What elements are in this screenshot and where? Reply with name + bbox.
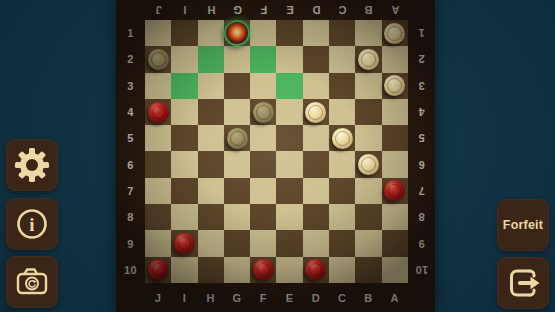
square-F3[interactable] bbox=[250, 73, 276, 99]
square-A7[interactable] bbox=[382, 178, 408, 204]
square-E9[interactable] bbox=[276, 230, 302, 256]
square-B3[interactable] bbox=[355, 73, 381, 99]
square-D10[interactable] bbox=[303, 257, 329, 283]
file-label: E bbox=[286, 4, 294, 16]
rank-label: 5 bbox=[418, 132, 425, 144]
square-D4[interactable] bbox=[303, 99, 329, 125]
square-D6[interactable] bbox=[303, 151, 329, 177]
rank-label: 5 bbox=[127, 132, 134, 144]
square-H7[interactable] bbox=[198, 178, 224, 204]
square-A2[interactable] bbox=[382, 46, 408, 72]
square-I5[interactable] bbox=[171, 125, 197, 151]
square-C9[interactable] bbox=[329, 230, 355, 256]
white-piece[interactable] bbox=[358, 154, 379, 175]
square-F4[interactable] bbox=[250, 99, 276, 125]
square-C10[interactable] bbox=[329, 257, 355, 283]
file-labels-bottom: JIHGFEDCBA bbox=[145, 283, 408, 312]
square-F8[interactable] bbox=[250, 204, 276, 230]
square-B6[interactable] bbox=[355, 151, 381, 177]
rank-label: 6 bbox=[127, 159, 134, 171]
red-piece-selected[interactable] bbox=[224, 20, 250, 46]
square-B8[interactable] bbox=[355, 204, 381, 230]
rank-label: 3 bbox=[418, 80, 425, 92]
file-label: J bbox=[155, 292, 162, 304]
square-E4[interactable] bbox=[276, 99, 302, 125]
camera-button[interactable] bbox=[6, 256, 58, 308]
red-piece[interactable] bbox=[305, 259, 326, 280]
file-label: H bbox=[207, 292, 215, 304]
square-D2[interactable] bbox=[303, 46, 329, 72]
white-piece[interactable] bbox=[227, 128, 248, 149]
square-A1[interactable] bbox=[382, 20, 408, 46]
square-F5[interactable] bbox=[250, 125, 276, 151]
camera-icon bbox=[12, 262, 52, 302]
square-J7[interactable] bbox=[145, 178, 171, 204]
square-H6[interactable] bbox=[198, 151, 224, 177]
square-G10[interactable] bbox=[224, 257, 250, 283]
square-A4[interactable] bbox=[382, 99, 408, 125]
square-D3[interactable] bbox=[303, 73, 329, 99]
square-C3[interactable] bbox=[329, 73, 355, 99]
file-label: C bbox=[338, 292, 346, 304]
file-label: I bbox=[183, 4, 187, 16]
white-piece[interactable] bbox=[305, 102, 326, 123]
square-H5[interactable] bbox=[198, 125, 224, 151]
rank-label: 2 bbox=[418, 53, 425, 65]
square-B10[interactable] bbox=[355, 257, 381, 283]
square-B9[interactable] bbox=[355, 230, 381, 256]
rank-label: 2 bbox=[127, 53, 134, 65]
file-label: H bbox=[207, 4, 215, 16]
rank-label: 3 bbox=[127, 80, 134, 92]
square-I10[interactable] bbox=[171, 257, 197, 283]
square-C6[interactable] bbox=[329, 151, 355, 177]
file-label: C bbox=[338, 4, 346, 16]
square-B4[interactable] bbox=[355, 99, 381, 125]
file-label: G bbox=[233, 4, 242, 16]
square-A8[interactable] bbox=[382, 204, 408, 230]
square-B7[interactable] bbox=[355, 178, 381, 204]
exit-icon bbox=[503, 263, 543, 303]
rank-label: 7 bbox=[127, 185, 134, 197]
square-C1[interactable] bbox=[329, 20, 355, 46]
gear-icon bbox=[12, 145, 52, 185]
red-piece[interactable] bbox=[174, 233, 195, 254]
square-H9[interactable] bbox=[198, 230, 224, 256]
square-G9[interactable] bbox=[224, 230, 250, 256]
square-C2[interactable] bbox=[329, 46, 355, 72]
square-J8[interactable] bbox=[145, 204, 171, 230]
square-A9[interactable] bbox=[382, 230, 408, 256]
square-H2[interactable] bbox=[198, 46, 224, 72]
square-H4[interactable] bbox=[198, 99, 224, 125]
file-label: E bbox=[286, 292, 294, 304]
file-label: J bbox=[155, 4, 162, 16]
square-J6[interactable] bbox=[145, 151, 171, 177]
white-piece[interactable] bbox=[253, 102, 274, 123]
square-H10[interactable] bbox=[198, 257, 224, 283]
square-C7[interactable] bbox=[329, 178, 355, 204]
white-piece[interactable] bbox=[358, 49, 379, 70]
exit-button[interactable] bbox=[497, 257, 549, 309]
rank-label: 10 bbox=[415, 264, 428, 276]
square-J2[interactable] bbox=[145, 46, 171, 72]
file-label: D bbox=[312, 4, 320, 16]
square-J10[interactable] bbox=[145, 257, 171, 283]
square-I8[interactable] bbox=[171, 204, 197, 230]
white-piece[interactable] bbox=[332, 128, 353, 149]
square-H1[interactable] bbox=[198, 20, 224, 46]
info-icon: i bbox=[12, 204, 52, 244]
checkers-board: JIHGFEDCBA 12345678910 12345678910 JIHGF… bbox=[116, 0, 435, 312]
file-label: F bbox=[260, 292, 267, 304]
square-I1[interactable] bbox=[171, 20, 197, 46]
square-C5[interactable] bbox=[329, 125, 355, 151]
square-A6[interactable] bbox=[382, 151, 408, 177]
rank-labels-right: 12345678910 bbox=[408, 20, 435, 283]
rank-label: 9 bbox=[127, 238, 134, 250]
square-E1[interactable] bbox=[276, 20, 302, 46]
square-F7[interactable] bbox=[250, 178, 276, 204]
file-labels-top: JIHGFEDCBA bbox=[145, 0, 408, 20]
info-button[interactable]: i bbox=[6, 198, 58, 250]
square-G6[interactable] bbox=[224, 151, 250, 177]
square-J4[interactable] bbox=[145, 99, 171, 125]
forfeit-button[interactable]: Forfeit bbox=[497, 199, 549, 251]
square-G7[interactable] bbox=[224, 178, 250, 204]
rank-label: 1 bbox=[418, 27, 425, 39]
game-screen: JIHGFEDCBA 12345678910 12345678910 JIHGF… bbox=[0, 0, 555, 312]
square-F9[interactable] bbox=[250, 230, 276, 256]
square-J9[interactable] bbox=[145, 230, 171, 256]
square-H3[interactable] bbox=[198, 73, 224, 99]
square-E6[interactable] bbox=[276, 151, 302, 177]
square-I7[interactable] bbox=[171, 178, 197, 204]
rank-labels-left: 12345678910 bbox=[116, 20, 145, 283]
square-I3[interactable] bbox=[171, 73, 197, 99]
rank-label: 4 bbox=[127, 106, 134, 118]
square-D5[interactable] bbox=[303, 125, 329, 151]
rank-label: 8 bbox=[418, 211, 425, 223]
square-F2[interactable] bbox=[250, 46, 276, 72]
square-E8[interactable] bbox=[276, 204, 302, 230]
square-E10[interactable] bbox=[276, 257, 302, 283]
square-A3[interactable] bbox=[382, 73, 408, 99]
square-I2[interactable] bbox=[171, 46, 197, 72]
rank-label: 1 bbox=[127, 27, 134, 39]
file-label: F bbox=[260, 4, 267, 16]
square-B2[interactable] bbox=[355, 46, 381, 72]
square-E2[interactable] bbox=[276, 46, 302, 72]
settings-button[interactable] bbox=[6, 139, 58, 191]
rank-label: 7 bbox=[418, 185, 425, 197]
square-G8[interactable] bbox=[224, 204, 250, 230]
rank-label: 8 bbox=[127, 211, 134, 223]
file-label: G bbox=[233, 292, 242, 304]
square-E5[interactable] bbox=[276, 125, 302, 151]
square-G4[interactable] bbox=[224, 99, 250, 125]
file-label: B bbox=[364, 292, 372, 304]
square-G1[interactable] bbox=[224, 20, 250, 46]
square-G2[interactable] bbox=[224, 46, 250, 72]
square-J1[interactable] bbox=[145, 20, 171, 46]
white-piece[interactable] bbox=[384, 75, 405, 96]
square-J5[interactable] bbox=[145, 125, 171, 151]
white-piece[interactable] bbox=[384, 23, 405, 44]
square-G3[interactable] bbox=[224, 73, 250, 99]
square-D8[interactable] bbox=[303, 204, 329, 230]
square-F1[interactable] bbox=[250, 20, 276, 46]
red-piece[interactable] bbox=[148, 259, 169, 280]
file-label: B bbox=[364, 4, 372, 16]
square-B1[interactable] bbox=[355, 20, 381, 46]
board-grid bbox=[145, 20, 408, 283]
square-E3[interactable] bbox=[276, 73, 302, 99]
square-I9[interactable] bbox=[171, 230, 197, 256]
square-D7[interactable] bbox=[303, 178, 329, 204]
file-label: D bbox=[312, 292, 320, 304]
square-H8[interactable] bbox=[198, 204, 224, 230]
square-I4[interactable] bbox=[171, 99, 197, 125]
square-A10[interactable] bbox=[382, 257, 408, 283]
square-G5[interactable] bbox=[224, 125, 250, 151]
square-D1[interactable] bbox=[303, 20, 329, 46]
square-D9[interactable] bbox=[303, 230, 329, 256]
square-E7[interactable] bbox=[276, 178, 302, 204]
white-piece[interactable] bbox=[148, 49, 169, 70]
forfeit-button-label: Forfeit bbox=[503, 218, 543, 232]
red-piece[interactable] bbox=[384, 180, 405, 201]
file-label: I bbox=[183, 292, 187, 304]
rank-label: 6 bbox=[418, 159, 425, 171]
rank-label: 10 bbox=[124, 264, 137, 276]
square-J3[interactable] bbox=[145, 73, 171, 99]
square-B5[interactable] bbox=[355, 125, 381, 151]
svg-text:i: i bbox=[29, 214, 34, 235]
rank-label: 4 bbox=[418, 106, 425, 118]
square-F6[interactable] bbox=[250, 151, 276, 177]
file-label: A bbox=[391, 292, 399, 304]
square-A5[interactable] bbox=[382, 125, 408, 151]
rank-label: 9 bbox=[418, 238, 425, 250]
red-piece[interactable] bbox=[148, 102, 169, 123]
square-C4[interactable] bbox=[329, 99, 355, 125]
file-label: A bbox=[391, 4, 399, 16]
red-piece[interactable] bbox=[253, 259, 274, 280]
square-I6[interactable] bbox=[171, 151, 197, 177]
square-C8[interactable] bbox=[329, 204, 355, 230]
square-F10[interactable] bbox=[250, 257, 276, 283]
